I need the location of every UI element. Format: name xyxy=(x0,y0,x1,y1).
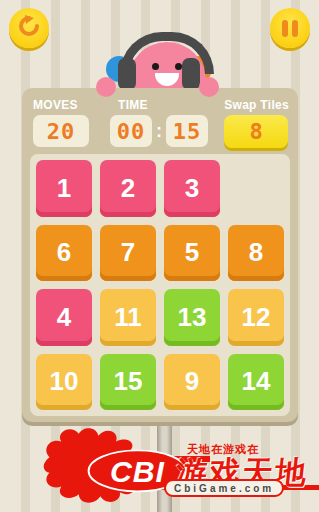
swap-tiles-button[interactable]: 8 xyxy=(224,115,288,148)
puzzle-grid: 1 2 3 6 7 5 8 4 11 13 12 10 15 9 14 xyxy=(30,154,290,416)
tile-13[interactable]: 13 xyxy=(164,289,220,346)
tile-8[interactable]: 8 xyxy=(228,225,284,282)
pause-button[interactable] xyxy=(270,8,310,48)
headphone-cup-left-icon xyxy=(118,58,136,90)
game-panel: MOVES 20 TIME 00 : 15 Swap Tiles 8 1 2 3 xyxy=(22,88,298,422)
mascot-hand xyxy=(96,77,116,97)
time-label: TIME xyxy=(110,98,208,112)
tile-9[interactable]: 9 xyxy=(164,354,220,411)
tile-3[interactable]: 3 xyxy=(164,160,220,217)
restart-icon xyxy=(18,15,40,41)
tile-7[interactable]: 7 xyxy=(100,225,156,282)
game-screen: MOVES 20 TIME 00 : 15 Swap Tiles 8 1 2 3 xyxy=(0,0,319,512)
watermark-url: CbiGame.com xyxy=(164,479,284,497)
tile-6[interactable]: 6 xyxy=(36,225,92,282)
time-minutes: 00 xyxy=(110,115,152,147)
stats-bar: MOVES 20 TIME 00 : 15 Swap Tiles 8 xyxy=(22,96,298,154)
swap-tiles-label: Swap Tiles xyxy=(224,98,289,112)
tile-11[interactable]: 11 xyxy=(100,289,156,346)
tile-4[interactable]: 4 xyxy=(36,289,92,346)
time-seconds: 15 xyxy=(166,115,208,147)
tile-15[interactable]: 15 xyxy=(100,354,156,411)
swap-tiles-control: Swap Tiles 8 xyxy=(224,98,289,148)
tile-1[interactable]: 1 xyxy=(36,160,92,217)
headphone-cup-right-icon xyxy=(182,58,200,90)
restart-button[interactable] xyxy=(9,8,49,48)
moves-counter: MOVES 20 xyxy=(33,98,89,147)
moves-label: MOVES xyxy=(33,98,89,112)
tile-14[interactable]: 14 xyxy=(228,354,284,411)
mascot-hand xyxy=(199,77,219,97)
tile-10[interactable]: 10 xyxy=(36,354,92,411)
moves-value: 20 xyxy=(33,115,89,147)
time-colon: : xyxy=(156,121,162,142)
mascot-eye xyxy=(175,63,182,70)
tile-12[interactable]: 12 xyxy=(228,289,284,346)
pause-icon xyxy=(282,20,298,37)
time-counter: TIME 00 : 15 xyxy=(110,98,208,147)
empty-cell xyxy=(228,160,284,217)
tile-2[interactable]: 2 xyxy=(100,160,156,217)
svg-text:CBI: CBI xyxy=(110,455,165,488)
tile-5[interactable]: 5 xyxy=(164,225,220,282)
mascot-eye xyxy=(152,63,159,70)
